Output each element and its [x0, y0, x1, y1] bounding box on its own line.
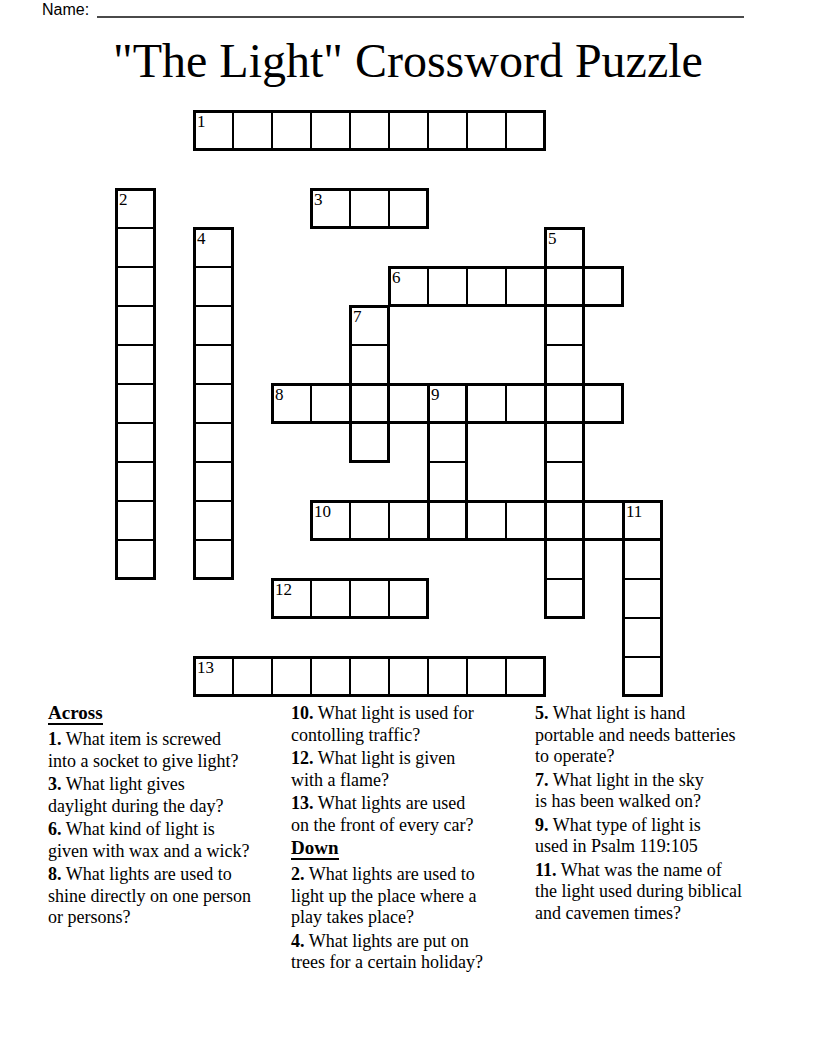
grid-cell-r14c5[interactable] [310, 656, 351, 697]
grid-cell-r0c6[interactable] [349, 110, 390, 151]
grid-cell-r10c10[interactable] [505, 500, 546, 541]
grid-cell-r7c4[interactable] [271, 383, 312, 424]
grid-cell-r5c11[interactable] [544, 305, 585, 346]
clue-column-3: 5. What light is handportable and needs … [535, 703, 793, 926]
grid-cell-r8c0[interactable] [115, 422, 156, 463]
grid-cell-r0c4[interactable] [271, 110, 312, 151]
name-row: Name: [42, 1, 744, 18]
grid-cell-r7c6[interactable] [349, 383, 390, 424]
grid-cell-r14c3[interactable] [232, 656, 273, 697]
grid-cell-r4c0[interactable] [115, 266, 156, 307]
grid-cell-r14c9[interactable] [466, 656, 507, 697]
grid-cell-r5c0[interactable] [115, 305, 156, 346]
clue-3: 3. What light givesdaylight during the d… [48, 774, 306, 817]
grid-cell-r6c2[interactable] [193, 344, 234, 385]
clue-5: 5. What light is handportable and needs … [535, 703, 793, 768]
grid-cell-r10c2[interactable] [193, 500, 234, 541]
across-header-label: Across [48, 703, 103, 725]
grid-cell-r7c0[interactable] [115, 383, 156, 424]
grid-cell-r13c13[interactable] [622, 617, 663, 658]
grid-cell-r7c5[interactable] [310, 383, 351, 424]
clue-number-label: 3. [48, 774, 62, 794]
grid-cell-r8c8[interactable] [427, 422, 468, 463]
grid-cell-r10c5[interactable] [310, 500, 351, 541]
grid-cell-r10c8[interactable] [427, 500, 468, 541]
grid-cell-r7c7[interactable] [388, 383, 429, 424]
grid-cell-r10c12[interactable] [583, 500, 624, 541]
grid-cell-r0c3[interactable] [232, 110, 273, 151]
grid-cell-r0c2[interactable] [193, 110, 234, 151]
grid-cell-r11c13[interactable] [622, 539, 663, 580]
clue-2: 2. What lights are used tolight up the p… [291, 864, 549, 929]
grid-cell-r9c2[interactable] [193, 461, 234, 502]
grid-cell-r0c9[interactable] [466, 110, 507, 151]
grid-cell-r11c11[interactable] [544, 539, 585, 580]
grid-cell-r14c10[interactable] [505, 656, 546, 697]
grid-cell-r6c0[interactable] [115, 344, 156, 385]
grid-cell-r0c7[interactable] [388, 110, 429, 151]
clue-number-label: 10. [291, 703, 314, 723]
grid-cell-r9c11[interactable] [544, 461, 585, 502]
grid-cell-r14c2[interactable] [193, 656, 234, 697]
clue-column-1: Across1. What item is screwedinto a sock… [48, 703, 306, 931]
grid-cell-r6c11[interactable] [544, 344, 585, 385]
clue-11: 11. What was the name ofthe light used d… [535, 860, 793, 925]
grid-cell-r4c2[interactable] [193, 266, 234, 307]
crossword-grid: 13681012132457911 [115, 110, 663, 697]
clue-number-label: 4. [291, 931, 305, 951]
grid-cell-r12c6[interactable] [349, 578, 390, 619]
grid-cell-r7c12[interactable] [583, 383, 624, 424]
grid-cell-r10c9[interactable] [466, 500, 507, 541]
clue-12: 12. What light is givenwith a flame? [291, 748, 549, 791]
grid-cell-r10c0[interactable] [115, 500, 156, 541]
grid-cell-r12c13[interactable] [622, 578, 663, 619]
grid-cell-r14c13[interactable] [622, 656, 663, 697]
grid-cell-r4c8[interactable] [427, 266, 468, 307]
clue-column-2: 10. What light is used forcontolling tra… [291, 703, 549, 976]
grid-cell-r12c7[interactable] [388, 578, 429, 619]
clue-9: 9. What type of light isused in Psalm 11… [535, 815, 793, 858]
grid-cell-r12c11[interactable] [544, 578, 585, 619]
grid-cell-r11c0[interactable] [115, 539, 156, 580]
grid-cell-r12c4[interactable] [271, 578, 312, 619]
grid-cell-r8c11[interactable] [544, 422, 585, 463]
clue-number-label: 9. [535, 815, 549, 835]
clue-number-label: 8. [48, 864, 62, 884]
clue-7: 7. What light in the skyis has been walk… [535, 770, 793, 813]
grid-cell-r0c10[interactable] [505, 110, 546, 151]
grid-cell-r12c5[interactable] [310, 578, 351, 619]
grid-cell-r4c12[interactable] [583, 266, 624, 307]
grid-cell-r2c0[interactable] [115, 188, 156, 229]
clue-4: 4. What lights are put ontrees for a cer… [291, 931, 549, 974]
grid-cell-r10c13[interactable] [622, 500, 663, 541]
across-header: Across [48, 703, 306, 725]
grid-cell-r7c2[interactable] [193, 383, 234, 424]
grid-cell-r14c7[interactable] [388, 656, 429, 697]
clue-number-label: 11. [535, 860, 557, 880]
page-title: "The Light" Crossword Puzzle [0, 33, 816, 89]
grid-cell-r7c11[interactable] [544, 383, 585, 424]
grid-cell-r11c2[interactable] [193, 539, 234, 580]
grid-cell-r4c7[interactable] [388, 266, 429, 307]
grid-cell-r10c6[interactable] [349, 500, 390, 541]
clue-6: 6. What kind of light isgiven with wax a… [48, 819, 306, 862]
grid-cell-r3c0[interactable] [115, 227, 156, 268]
clue-8: 8. What lights are used toshine directly… [48, 864, 306, 929]
clue-number-label: 13. [291, 793, 314, 813]
clue-1: 1. What item is screwedinto a socket to … [48, 729, 306, 772]
grid-cell-r0c5[interactable] [310, 110, 351, 151]
clue-13: 13. What lights are usedon the front of … [291, 793, 549, 836]
grid-cell-r6c6[interactable] [349, 344, 390, 385]
grid-cell-r7c8[interactable] [427, 383, 468, 424]
down-header: Down [291, 838, 549, 860]
grid-cell-r4c11[interactable] [544, 266, 585, 307]
grid-cell-r2c5[interactable] [310, 188, 351, 229]
clue-number-label: 2. [291, 864, 305, 884]
grid-cell-r3c2[interactable] [193, 227, 234, 268]
grid-cell-r10c7[interactable] [388, 500, 429, 541]
name-label: Name: [42, 1, 89, 18]
grid-cell-r9c0[interactable] [115, 461, 156, 502]
grid-cell-r4c9[interactable] [466, 266, 507, 307]
grid-cell-r14c6[interactable] [349, 656, 390, 697]
clue-number-label: 6. [48, 819, 62, 839]
clue-number-label: 7. [535, 770, 549, 790]
grid-cell-r2c7[interactable] [388, 188, 429, 229]
grid-cell-r4c10[interactable] [505, 266, 546, 307]
clue-10: 10. What light is used forcontolling tra… [291, 703, 549, 746]
name-fill-in-line[interactable] [97, 1, 744, 18]
grid-cell-r3c11[interactable] [544, 227, 585, 268]
clue-number-label: 1. [48, 729, 62, 749]
clue-number-label: 12. [291, 748, 314, 768]
grid-cell-r14c8[interactable] [427, 656, 468, 697]
grid-cell-r2c6[interactable] [349, 188, 390, 229]
grid-cell-r5c2[interactable] [193, 305, 234, 346]
grid-cell-r9c8[interactable] [427, 461, 468, 502]
down-header-label: Down [291, 838, 339, 860]
grid-cell-r8c2[interactable] [193, 422, 234, 463]
grid-cell-r7c9[interactable] [466, 383, 507, 424]
grid-cell-r14c4[interactable] [271, 656, 312, 697]
grid-cell-r7c10[interactable] [505, 383, 546, 424]
grid-cell-r5c6[interactable] [349, 305, 390, 346]
grid-cell-r10c11[interactable] [544, 500, 585, 541]
clue-number-label: 5. [535, 703, 549, 723]
grid-cell-r8c6[interactable] [349, 422, 390, 463]
grid-cell-r0c8[interactable] [427, 110, 468, 151]
